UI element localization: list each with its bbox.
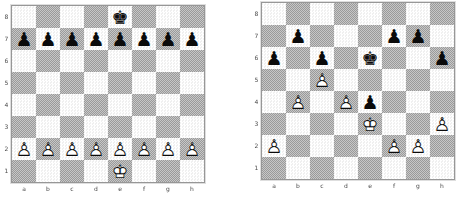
black-pawn: ♟ — [180, 28, 204, 50]
rank-label-8: 8 — [2, 5, 11, 27]
black-pawn: ♟ — [262, 47, 286, 69]
square-e4 — [108, 94, 132, 116]
file-label-b: b — [286, 180, 310, 190]
square-a2: ♟♙ — [262, 135, 286, 157]
square-g8 — [156, 6, 180, 28]
square-a7: ♟ — [12, 28, 36, 50]
rank-label-8: 8 — [252, 2, 261, 24]
square-h8 — [430, 3, 454, 25]
square-h5 — [180, 72, 204, 94]
square-f2: ♟♙ — [382, 135, 406, 157]
square-h1 — [430, 157, 454, 179]
square-a1 — [262, 157, 286, 179]
square-g2: ♟♙ — [406, 135, 430, 157]
square-c8 — [310, 3, 334, 25]
square-c7: ♟ — [60, 28, 84, 50]
square-d4 — [84, 94, 108, 116]
square-h4 — [430, 91, 454, 113]
square-h6: ♟ — [430, 47, 454, 69]
square-d1 — [334, 157, 358, 179]
square-c5 — [60, 72, 84, 94]
rank-labels-right: 87654321 — [252, 2, 261, 180]
square-g7: ♟ — [406, 25, 430, 47]
square-a3 — [12, 116, 36, 138]
square-b4 — [36, 94, 60, 116]
file-label-h: h — [180, 183, 204, 193]
white-pawn: ♟♙ — [156, 138, 180, 160]
square-c4 — [60, 94, 84, 116]
square-c2 — [310, 135, 334, 157]
square-c6 — [60, 50, 84, 72]
square-d8 — [334, 3, 358, 25]
square-b1 — [36, 160, 60, 182]
square-c1 — [310, 157, 334, 179]
square-a5 — [12, 72, 36, 94]
white-pawn: ♟♙ — [12, 138, 36, 160]
square-d5 — [334, 69, 358, 91]
square-e6 — [108, 50, 132, 72]
square-f2: ♟♙ — [132, 138, 156, 160]
square-g8 — [406, 3, 430, 25]
rank-label-1: 1 — [252, 156, 261, 178]
black-pawn: ♟ — [430, 47, 454, 69]
square-h3: ♟♙ — [430, 113, 454, 135]
rank-label-5: 5 — [2, 71, 11, 93]
square-h7 — [430, 25, 454, 47]
square-e3: ♚♔ — [358, 113, 382, 135]
square-a8 — [12, 6, 36, 28]
file-label-a: a — [12, 183, 36, 193]
square-g6 — [156, 50, 180, 72]
black-pawn: ♟ — [156, 28, 180, 50]
square-g3 — [156, 116, 180, 138]
black-king: ♚ — [358, 47, 382, 69]
square-b3 — [286, 113, 310, 135]
square-d1 — [84, 160, 108, 182]
black-pawn: ♟ — [286, 25, 310, 47]
square-g5 — [406, 69, 430, 91]
square-c1 — [60, 160, 84, 182]
square-d5 — [84, 72, 108, 94]
square-h1 — [180, 160, 204, 182]
rank-label-4: 4 — [2, 93, 11, 115]
file-labels-left: abcdefgh — [12, 183, 205, 193]
file-label-c: c — [310, 180, 334, 190]
square-d3 — [334, 113, 358, 135]
board-grid-right: ♟♟♟♟♟♚♟♟♙♟♙♟♙♟♚♔♟♙♟♙♟♙♟♙ — [261, 2, 455, 180]
black-pawn: ♟ — [108, 28, 132, 50]
square-a4 — [262, 91, 286, 113]
chess-board-right: 87654321 ♟♟♟♟♟♚♟♟♙♟♙♟♙♟♚♔♟♙♟♙♟♙♟♙ abcdef… — [252, 2, 455, 190]
rank-label-4: 4 — [252, 90, 261, 112]
square-d2 — [334, 135, 358, 157]
square-f3 — [132, 116, 156, 138]
square-d7: ♟ — [84, 28, 108, 50]
square-b5 — [286, 69, 310, 91]
square-g3 — [406, 113, 430, 135]
square-f1 — [382, 157, 406, 179]
white-king: ♚♔ — [108, 160, 132, 182]
square-d6 — [84, 50, 108, 72]
square-h7: ♟ — [180, 28, 204, 50]
square-h2: ♟♙ — [180, 138, 204, 160]
file-label-c: c — [60, 183, 84, 193]
board-grid-left: ♚♟♟♟♟♟♟♟♟♟♙♟♙♟♙♟♙♟♙♟♙♟♙♟♙♚♔ — [11, 5, 205, 183]
white-pawn: ♟♙ — [84, 138, 108, 160]
square-c7 — [310, 25, 334, 47]
black-king: ♚ — [108, 6, 132, 28]
file-label-e: e — [108, 183, 132, 193]
square-b1 — [286, 157, 310, 179]
square-f8 — [132, 6, 156, 28]
square-h6 — [180, 50, 204, 72]
square-a6 — [12, 50, 36, 72]
square-e2 — [358, 135, 382, 157]
square-e7 — [358, 25, 382, 47]
square-b7: ♟ — [36, 28, 60, 50]
square-b2: ♟♙ — [36, 138, 60, 160]
black-pawn: ♟ — [382, 25, 406, 47]
square-c8 — [60, 6, 84, 28]
square-f6 — [132, 50, 156, 72]
rank-label-1: 1 — [2, 159, 11, 181]
black-pawn: ♟ — [60, 28, 84, 50]
square-e5 — [108, 72, 132, 94]
square-b6 — [286, 47, 310, 69]
file-label-f: f — [382, 180, 406, 190]
file-label-g: g — [406, 180, 430, 190]
black-pawn: ♟ — [84, 28, 108, 50]
square-c5: ♟♙ — [310, 69, 334, 91]
square-f4 — [382, 91, 406, 113]
white-pawn: ♟♙ — [430, 113, 454, 135]
square-f8 — [382, 3, 406, 25]
square-d2: ♟♙ — [84, 138, 108, 160]
square-d3 — [84, 116, 108, 138]
square-g5 — [156, 72, 180, 94]
file-label-a: a — [262, 180, 286, 190]
square-f7: ♟ — [382, 25, 406, 47]
file-label-f: f — [132, 183, 156, 193]
file-label-h: h — [430, 180, 454, 190]
square-h3 — [180, 116, 204, 138]
file-label-d: d — [84, 183, 108, 193]
rank-label-7: 7 — [252, 24, 261, 46]
black-pawn: ♟ — [406, 25, 430, 47]
square-e1 — [358, 157, 382, 179]
square-d7 — [334, 25, 358, 47]
black-pawn: ♟ — [12, 28, 36, 50]
square-b6 — [36, 50, 60, 72]
square-c2: ♟♙ — [60, 138, 84, 160]
square-c6: ♟ — [310, 47, 334, 69]
rank-labels-left: 87654321 — [2, 5, 11, 183]
square-f4 — [132, 94, 156, 116]
square-g6 — [406, 47, 430, 69]
square-f1 — [132, 160, 156, 182]
white-pawn: ♟♙ — [180, 138, 204, 160]
square-d8 — [84, 6, 108, 28]
square-b8 — [286, 3, 310, 25]
square-b7: ♟ — [286, 25, 310, 47]
square-b5 — [36, 72, 60, 94]
rank-label-6: 6 — [252, 46, 261, 68]
square-g1 — [406, 157, 430, 179]
black-pawn: ♟ — [132, 28, 156, 50]
file-label-e: e — [358, 180, 382, 190]
square-h8 — [180, 6, 204, 28]
square-c3 — [310, 113, 334, 135]
white-king: ♚♔ — [358, 113, 382, 135]
square-a7 — [262, 25, 286, 47]
square-e1: ♚♔ — [108, 160, 132, 182]
white-pawn: ♟♙ — [310, 69, 334, 91]
white-pawn: ♟♙ — [286, 91, 310, 113]
square-b3 — [36, 116, 60, 138]
square-c3 — [60, 116, 84, 138]
square-e7: ♟ — [108, 28, 132, 50]
square-f7: ♟ — [132, 28, 156, 50]
file-label-b: b — [36, 183, 60, 193]
rank-label-3: 3 — [2, 115, 11, 137]
square-e6: ♚ — [358, 47, 382, 69]
square-g4 — [156, 94, 180, 116]
square-h2 — [430, 135, 454, 157]
square-h4 — [180, 94, 204, 116]
square-c4 — [310, 91, 334, 113]
white-pawn: ♟♙ — [262, 135, 286, 157]
square-e8 — [358, 3, 382, 25]
square-a1 — [12, 160, 36, 182]
square-e4: ♟ — [358, 91, 382, 113]
chess-diagram-pair: 87654321 ♚♟♟♟♟♟♟♟♟♟♙♟♙♟♙♟♙♟♙♟♙♟♙♟♙♚♔ abc… — [0, 0, 467, 193]
square-a5 — [262, 69, 286, 91]
square-f5 — [382, 69, 406, 91]
white-pawn: ♟♙ — [334, 91, 358, 113]
white-pawn: ♟♙ — [36, 138, 60, 160]
chess-board-left: 87654321 ♚♟♟♟♟♟♟♟♟♟♙♟♙♟♙♟♙♟♙♟♙♟♙♟♙♚♔ abc… — [2, 5, 205, 193]
white-pawn: ♟♙ — [382, 135, 406, 157]
white-pawn: ♟♙ — [132, 138, 156, 160]
square-a8 — [262, 3, 286, 25]
rank-label-5: 5 — [252, 68, 261, 90]
square-f6 — [382, 47, 406, 69]
black-pawn: ♟ — [358, 91, 382, 113]
square-g4 — [406, 91, 430, 113]
square-f3 — [382, 113, 406, 135]
square-d4: ♟♙ — [334, 91, 358, 113]
file-label-g: g — [156, 183, 180, 193]
square-e5 — [358, 69, 382, 91]
square-h5 — [430, 69, 454, 91]
black-pawn: ♟ — [36, 28, 60, 50]
file-label-d: d — [334, 180, 358, 190]
square-f5 — [132, 72, 156, 94]
white-pawn: ♟♙ — [60, 138, 84, 160]
white-pawn: ♟♙ — [108, 138, 132, 160]
square-a4 — [12, 94, 36, 116]
square-b2 — [286, 135, 310, 157]
square-d6 — [334, 47, 358, 69]
square-b4: ♟♙ — [286, 91, 310, 113]
square-g2: ♟♙ — [156, 138, 180, 160]
rank-label-2: 2 — [2, 137, 11, 159]
square-g1 — [156, 160, 180, 182]
white-pawn: ♟♙ — [406, 135, 430, 157]
rank-label-3: 3 — [252, 112, 261, 134]
rank-label-6: 6 — [2, 49, 11, 71]
square-a3 — [262, 113, 286, 135]
square-b8 — [36, 6, 60, 28]
square-e2: ♟♙ — [108, 138, 132, 160]
black-pawn: ♟ — [310, 47, 334, 69]
square-a2: ♟♙ — [12, 138, 36, 160]
square-e8: ♚ — [108, 6, 132, 28]
square-g7: ♟ — [156, 28, 180, 50]
square-e3 — [108, 116, 132, 138]
file-labels-right: abcdefgh — [262, 180, 455, 190]
rank-label-7: 7 — [2, 27, 11, 49]
square-a6: ♟ — [262, 47, 286, 69]
rank-label-2: 2 — [252, 134, 261, 156]
